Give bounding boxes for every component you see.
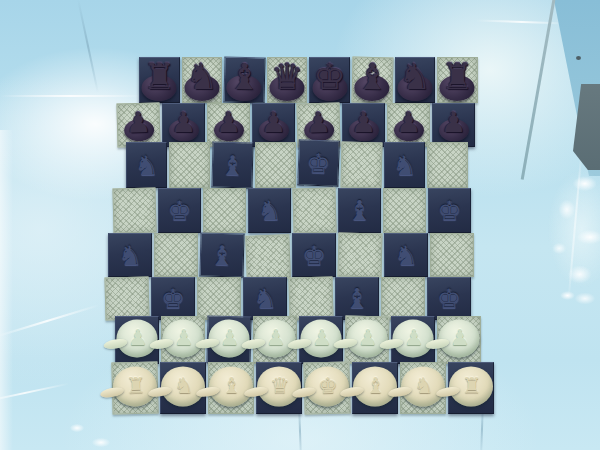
- board-rank-7: ♟♟♟♟♟♟♟♟: [117, 103, 477, 147]
- board-rank-8: ♜♞♝♛♚♝♞♜: [139, 57, 480, 103]
- square-h4: [430, 233, 474, 277]
- embossed-piece-emblem: ♝: [201, 234, 244, 277]
- square-c3: [197, 277, 241, 320]
- square-a8: ♜: [139, 57, 180, 103]
- piece-round-base: [259, 119, 289, 141]
- square-h2: ♟: [437, 316, 481, 364]
- square-b1: ♞: [160, 362, 206, 414]
- piece-black-pawn: ♟: [432, 96, 476, 144]
- piece-glyph: ♟: [351, 109, 376, 137]
- piece-round-base: ♚: [304, 366, 349, 407]
- square-a6: ♞: [126, 142, 167, 188]
- piece-glyph: ♟: [450, 327, 470, 349]
- piece-glyph: ♟: [306, 109, 332, 138]
- square-c7: ♟: [207, 103, 250, 147]
- embossed-piece-emblem: ♞: [385, 143, 424, 187]
- piece-black-queen: ♛: [265, 44, 309, 104]
- piece-glyph: ♝: [356, 59, 389, 96]
- square-c2: ♟: [207, 316, 252, 365]
- piece-glyph: ♟: [312, 327, 332, 349]
- square-h8: ♜: [437, 57, 478, 103]
- square-e1: ♚: [303, 361, 350, 414]
- piece-black-knight: ♞: [180, 44, 224, 104]
- square-b8: ♞: [182, 57, 223, 103]
- piece-glyph: ♛: [271, 59, 303, 95]
- piece-white-knight: ♞: [401, 366, 445, 406]
- embossed-piece-emblem: ♝: [339, 189, 380, 232]
- piece-glyph: ♟: [216, 109, 241, 137]
- square-f6: [341, 142, 383, 189]
- square-c5: [203, 188, 246, 233]
- square-h7: ♟: [432, 103, 475, 147]
- square-g8: ♞: [395, 57, 436, 103]
- piece-round-base: [142, 75, 177, 101]
- piece-round-base: [349, 119, 379, 141]
- piece-glyph: ♝: [222, 375, 242, 397]
- embossed-piece-emblem: ♚: [429, 189, 470, 232]
- piece-round-base: ♟: [163, 319, 204, 357]
- piece-white-king: ♚: [304, 366, 349, 407]
- embossed-piece-emblem: ♚: [159, 189, 200, 232]
- piece-glyph: ♟: [396, 109, 421, 137]
- piece-round-base: [439, 119, 469, 141]
- embossed-piece-emblem: ♝: [213, 143, 253, 188]
- piece-black-bishop: ♝: [350, 44, 395, 105]
- square-e4: ♚: [292, 233, 336, 277]
- square-e3: [288, 276, 333, 320]
- piece-white-bishop: ♝: [353, 366, 397, 406]
- square-f1: ♝: [352, 362, 398, 414]
- piece-black-pawn: ♟: [116, 96, 161, 145]
- piece-round-base: [169, 119, 199, 141]
- piece-round-base: [270, 75, 305, 101]
- piece-glyph: ♚: [318, 375, 338, 397]
- piece-round-base: ♟: [393, 319, 434, 357]
- square-a7: ♟: [116, 102, 160, 147]
- square-d5: ♞: [248, 188, 291, 233]
- piece-glyph: ♞: [186, 59, 218, 95]
- embossed-piece-emblem: ♚: [298, 140, 339, 185]
- square-a4: ♞: [108, 233, 152, 277]
- piece-round-base: ♜: [449, 366, 493, 406]
- piece-glyph: ♝: [228, 59, 261, 96]
- piece-glyph: ♟: [171, 109, 196, 137]
- piece-white-knight: ♞: [161, 366, 205, 406]
- piece-white-pawn: ♟: [255, 319, 296, 357]
- square-b2: ♟: [161, 316, 205, 364]
- board-rank-2: ♟♟♟♟♟♟♟♟: [115, 316, 483, 364]
- square-a1: ♜: [111, 361, 158, 414]
- square-g6: ♞: [384, 142, 425, 188]
- piece-black-knight: ♞: [393, 44, 437, 104]
- piece-round-base: [354, 75, 390, 102]
- piece-round-base: ♝: [353, 366, 397, 406]
- square-a2: ♟: [115, 316, 159, 364]
- chess-board: ♜♞♝♛♚♝♞♜♟♟♟♟♟♟♟♟♞♝♚♞♚♞♝♚♞♝♚♞♚♞♝♚♟♟♟♟♟♟♟♟…: [0, 0, 600, 450]
- board-rank-6: ♞♝♚♞: [126, 142, 470, 188]
- piece-black-rook: ♜: [137, 44, 181, 104]
- embossed-piece-emblem: ♞: [244, 278, 286, 319]
- piece-glyph: ♚: [314, 59, 346, 95]
- piece-white-pawn: ♟: [117, 319, 158, 357]
- piece-white-pawn: ♟: [393, 319, 434, 357]
- square-g5: [383, 188, 426, 233]
- square-d1: ♛: [256, 362, 302, 414]
- square-a5: [112, 187, 156, 233]
- square-c1: ♝: [208, 362, 254, 414]
- board-rank-4: ♞♝♚♞: [108, 233, 476, 277]
- square-d3: ♞: [243, 277, 287, 320]
- piece-glyph: ♟: [441, 109, 466, 137]
- square-c8: ♝: [224, 57, 266, 104]
- square-h3: ♚: [427, 277, 471, 320]
- board-rank-3: ♚♞♝♚: [105, 277, 473, 320]
- square-f8: ♝: [351, 57, 393, 104]
- piece-glyph: ♞: [174, 375, 194, 397]
- piece-round-base: [123, 119, 154, 142]
- piece-round-base: ♟: [301, 319, 342, 357]
- piece-white-pawn: ♟: [208, 319, 250, 358]
- piece-round-base: [397, 75, 432, 101]
- piece-black-rook: ♜: [435, 44, 479, 104]
- piece-glyph: ♟: [404, 327, 424, 349]
- square-h1: ♜: [448, 362, 494, 414]
- piece-white-rook: ♜: [449, 366, 493, 406]
- square-b3: ♚: [151, 277, 195, 320]
- square-f3: ♝: [335, 277, 379, 320]
- square-c6: ♝: [212, 142, 254, 189]
- square-h5: ♚: [428, 188, 471, 233]
- piece-glyph: ♜: [126, 375, 146, 397]
- embossed-piece-emblem: ♚: [152, 278, 194, 319]
- piece-black-pawn: ♟: [252, 96, 296, 144]
- square-e6: ♚: [297, 139, 340, 186]
- piece-black-bishop: ♝: [222, 44, 267, 105]
- embossed-piece-emblem: ♚: [428, 278, 470, 319]
- square-d6: [255, 142, 296, 188]
- photo-scene: ♜♞♝♛♚♝♞♜♟♟♟♟♟♟♟♟♞♝♚♞♚♞♝♚♞♝♚♞♚♞♝♚♟♟♟♟♟♟♟♟…: [0, 0, 600, 450]
- piece-round-base: ♟: [255, 319, 296, 357]
- square-h6: [427, 142, 468, 188]
- piece-round-base: ♝: [209, 366, 253, 406]
- square-g7: ♟: [387, 103, 430, 147]
- board-rank-1: ♜♞♝♛♚♝♞♜: [112, 362, 496, 414]
- square-d7: ♟: [252, 103, 295, 147]
- square-f4: [338, 233, 383, 278]
- piece-black-pawn: ♟: [387, 96, 431, 144]
- piece-white-pawn: ♟: [346, 319, 388, 358]
- piece-round-base: ♟: [346, 319, 388, 358]
- embossed-piece-emblem: ♞: [249, 189, 290, 232]
- piece-round-base: ♟: [439, 319, 480, 357]
- piece-round-base: [312, 75, 347, 101]
- square-c4: ♝: [200, 233, 245, 278]
- square-b5: ♚: [158, 188, 201, 233]
- square-f7: ♟: [342, 103, 385, 147]
- square-a3: [104, 276, 149, 320]
- piece-black-pawn: ♟: [207, 96, 251, 144]
- square-g1: ♞: [400, 362, 446, 414]
- piece-glyph: ♜: [462, 375, 482, 397]
- square-d2: ♟: [253, 316, 297, 364]
- embossed-piece-emblem: ♞: [127, 143, 166, 187]
- piece-white-pawn: ♟: [163, 319, 204, 357]
- piece-glyph: ♟: [126, 109, 152, 138]
- square-e8: ♚: [309, 57, 350, 103]
- piece-round-base: ♜: [112, 366, 157, 407]
- piece-glyph: ♜: [143, 59, 175, 95]
- piece-round-base: [214, 119, 244, 141]
- piece-glyph: ♛: [270, 375, 290, 397]
- piece-black-pawn: ♟: [342, 96, 386, 144]
- embossed-piece-emblem: ♞: [385, 234, 427, 276]
- square-g4: ♞: [384, 233, 428, 277]
- piece-round-base: ♟: [208, 319, 250, 358]
- piece-round-base: [440, 75, 475, 101]
- piece-round-base: [394, 119, 424, 141]
- piece-white-rook: ♜: [112, 366, 157, 407]
- embossed-piece-emblem: ♝: [336, 278, 378, 319]
- piece-glyph: ♝: [366, 375, 386, 397]
- square-f2: ♟: [345, 316, 390, 365]
- piece-round-base: ♞: [401, 366, 445, 406]
- board-rank-5: ♚♞♝♚: [113, 188, 473, 233]
- square-b6: [169, 142, 210, 188]
- square-b4: [154, 233, 198, 277]
- square-f5: ♝: [338, 188, 381, 233]
- piece-glyph: ♞: [399, 59, 431, 95]
- piece-glyph: ♟: [261, 109, 286, 137]
- piece-round-base: [227, 75, 263, 102]
- piece-glyph: ♞: [414, 375, 434, 397]
- piece-black-pawn: ♟: [296, 96, 341, 145]
- piece-white-bishop: ♝: [209, 366, 253, 406]
- piece-glyph: ♟: [128, 327, 148, 349]
- piece-round-base: ♛: [257, 366, 301, 406]
- embossed-piece-emblem: ♞: [109, 234, 151, 276]
- square-e5: [292, 187, 336, 233]
- square-d4: [245, 234, 291, 280]
- square-e2: ♟: [299, 316, 343, 364]
- square-b7: ♟: [162, 103, 205, 147]
- piece-glyph: ♜: [441, 59, 473, 95]
- piece-black-king: ♚: [308, 44, 352, 104]
- embossed-piece-emblem: ♚: [293, 234, 335, 276]
- piece-black-pawn: ♟: [162, 96, 206, 144]
- piece-round-base: [184, 75, 219, 101]
- piece-round-base: ♞: [161, 366, 205, 406]
- piece-glyph: ♟: [358, 327, 378, 349]
- piece-white-pawn: ♟: [301, 319, 342, 357]
- square-d8: ♛: [267, 57, 308, 103]
- piece-round-base: [303, 119, 334, 142]
- square-g2: ♟: [391, 316, 435, 364]
- square-g3: [381, 277, 425, 320]
- piece-glyph: ♟: [220, 327, 240, 349]
- piece-glyph: ♟: [266, 327, 286, 349]
- piece-white-pawn: ♟: [439, 319, 480, 357]
- piece-white-queen: ♛: [257, 366, 301, 406]
- piece-round-base: ♟: [117, 319, 158, 357]
- piece-glyph: ♟: [174, 327, 194, 349]
